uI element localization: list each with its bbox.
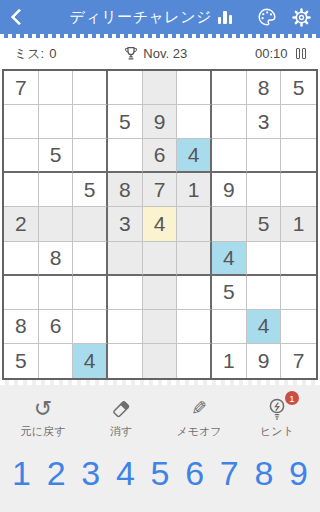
sudoku-cell[interactable] [39, 105, 74, 139]
sudoku-cell[interactable] [212, 139, 247, 173]
sudoku-cell[interactable]: 8 [39, 242, 74, 276]
page-title: ディリーチャレンジ [70, 8, 212, 27]
sudoku-cell[interactable] [212, 207, 247, 241]
number-pad: 123456789 [0, 439, 320, 493]
theme-palette-button[interactable] [250, 0, 284, 34]
date-text: Nov. 23 [143, 46, 187, 61]
sudoku-cell[interactable]: 5 [212, 276, 247, 310]
memo-label: メモオフ [176, 424, 221, 439]
sudoku-cell[interactable] [39, 173, 74, 207]
sudoku-cell[interactable] [247, 173, 282, 207]
sudoku-cell[interactable]: 7 [4, 71, 39, 105]
sudoku-cell[interactable] [177, 207, 212, 241]
sudoku-cell[interactable]: 6 [143, 139, 178, 173]
sudoku-cell[interactable]: 4 [247, 310, 282, 344]
sudoku-cell[interactable] [177, 344, 212, 378]
sudoku-cell[interactable]: 8 [4, 310, 39, 344]
trophy-icon [124, 46, 138, 61]
sudoku-cell[interactable] [73, 276, 108, 310]
sudoku-cell[interactable] [212, 105, 247, 139]
sudoku-cell[interactable] [4, 173, 39, 207]
sudoku-cell[interactable]: 5 [73, 173, 108, 207]
challenge-date: Nov. 23 [124, 46, 187, 61]
sudoku-cell[interactable] [108, 276, 143, 310]
sudoku-cell[interactable]: 6 [39, 310, 74, 344]
status-bar: ミス: 0 Nov. 23 00:10 [0, 38, 320, 69]
numpad-1[interactable]: 1 [12, 453, 31, 493]
title-wrap: ディリーチャレンジ [38, 8, 250, 27]
sudoku-cell[interactable] [177, 71, 212, 105]
sudoku-cell[interactable]: 1 [212, 344, 247, 378]
game-card: ミス: 0 Nov. 23 00:10 78559356458719234518… [0, 38, 320, 380]
hint-button[interactable]: 1 ヒント [247, 397, 307, 439]
sudoku-cell[interactable] [281, 310, 316, 344]
sudoku-cell[interactable] [212, 71, 247, 105]
sudoku-cell[interactable]: 4 [212, 242, 247, 276]
sudoku-cell[interactable] [4, 276, 39, 310]
hint-badge: 1 [285, 391, 299, 405]
sudoku-cell[interactable]: 9 [143, 105, 178, 139]
numpad-2[interactable]: 2 [47, 453, 66, 493]
hint-label: ヒント [260, 424, 294, 439]
sudoku-cell[interactable] [281, 276, 316, 310]
sudoku-cell[interactable]: 9 [212, 173, 247, 207]
lightbulb-icon [268, 397, 286, 421]
sudoku-cell[interactable]: 1 [177, 173, 212, 207]
sudoku-cell[interactable] [143, 71, 178, 105]
eraser-icon [110, 398, 132, 420]
undo-button[interactable]: ↺ 元に戻す [13, 397, 73, 439]
sudoku-cell[interactable]: 5 [247, 207, 282, 241]
erase-label: 消す [110, 424, 132, 439]
sudoku-cell[interactable] [143, 242, 178, 276]
sudoku-cell[interactable]: 9 [247, 344, 282, 378]
sudoku-cell[interactable] [73, 310, 108, 344]
sudoku-cell[interactable] [177, 276, 212, 310]
sudoku-cell[interactable] [108, 139, 143, 173]
settings-button[interactable] [284, 0, 318, 34]
undo-icon: ↺ [34, 398, 52, 420]
sudoku-cell[interactable] [39, 344, 74, 378]
back-icon [11, 9, 28, 26]
sudoku-cell[interactable] [281, 105, 316, 139]
sudoku-cell[interactable] [281, 242, 316, 276]
sudoku-cell[interactable]: 3 [108, 207, 143, 241]
sudoku-cell[interactable] [247, 242, 282, 276]
sudoku-cell[interactable] [212, 310, 247, 344]
sudoku-cell[interactable]: 5 [281, 71, 316, 105]
mistakes: ミス: 0 [14, 45, 56, 63]
sudoku-cell[interactable]: 7 [281, 344, 316, 378]
numpad-9[interactable]: 9 [289, 453, 308, 493]
sudoku-cell[interactable] [73, 207, 108, 241]
sudoku-cell[interactable] [108, 344, 143, 378]
sudoku-cell[interactable] [177, 310, 212, 344]
sudoku-cell[interactable] [143, 276, 178, 310]
sudoku-cell[interactable] [108, 242, 143, 276]
sudoku-cell[interactable]: 3 [247, 105, 282, 139]
sudoku-cell[interactable] [73, 71, 108, 105]
sudoku-cell[interactable] [143, 310, 178, 344]
sudoku-cell[interactable] [247, 276, 282, 310]
numpad-8[interactable]: 8 [254, 453, 273, 493]
numpad-6[interactable]: 6 [185, 453, 204, 493]
toolbar: ↺ 元に戻す 消す ✎ メモオフ 1 [0, 385, 320, 439]
sudoku-cell[interactable]: 8 [247, 71, 282, 105]
sudoku-cell[interactable] [143, 344, 178, 378]
sudoku-cell[interactable] [108, 71, 143, 105]
sudoku-cell[interactable]: 5 [108, 105, 143, 139]
sudoku-cell[interactable] [73, 242, 108, 276]
erase-button[interactable]: 消す [91, 397, 151, 439]
sudoku-cell[interactable]: 4 [177, 139, 212, 173]
sudoku-cell[interactable] [73, 139, 108, 173]
sudoku-cell[interactable]: 7 [143, 173, 178, 207]
numpad-4[interactable]: 4 [116, 453, 135, 493]
timer-text: 00:10 [255, 46, 288, 61]
mistakes-value: 0 [49, 46, 56, 61]
sudoku-cell[interactable] [73, 105, 108, 139]
sudoku-cell[interactable] [281, 173, 316, 207]
sudoku-cell[interactable] [281, 139, 316, 173]
sudoku-cell[interactable] [247, 139, 282, 173]
sudoku-cell[interactable]: 4 [73, 344, 108, 378]
numpad-5[interactable]: 5 [151, 453, 170, 493]
pencil-icon: ✎ [191, 399, 207, 419]
sudoku-cell[interactable] [39, 71, 74, 105]
gear-icon [291, 7, 312, 28]
sudoku-app: ディリーチャレンジ [0, 0, 320, 512]
sudoku-cell[interactable]: 4 [143, 207, 178, 241]
sudoku-cell[interactable] [39, 276, 74, 310]
sudoku-cell[interactable] [177, 105, 212, 139]
sudoku-cell[interactable]: 5 [39, 139, 74, 173]
sudoku-board: 785593564587192345184586454197 [2, 69, 318, 380]
sudoku-cell[interactable] [4, 139, 39, 173]
sudoku-cell[interactable] [108, 310, 143, 344]
memo-toggle-button[interactable]: ✎ メモオフ [169, 397, 229, 439]
sudoku-cell[interactable]: 5 [4, 344, 39, 378]
timer: 00:10 [255, 46, 306, 61]
sudoku-cell[interactable] [39, 207, 74, 241]
back-button[interactable] [0, 0, 38, 34]
pause-button[interactable] [296, 48, 306, 59]
palette-icon [257, 7, 277, 27]
numpad-7[interactable]: 7 [220, 453, 239, 493]
statistics-icon[interactable] [218, 10, 233, 24]
app-header: ディリーチャレンジ [0, 0, 320, 34]
sudoku-cell[interactable] [4, 242, 39, 276]
sudoku-cell[interactable] [177, 242, 212, 276]
mistakes-label: ミス: [14, 45, 44, 63]
sudoku-cell[interactable]: 1 [281, 207, 316, 241]
numpad-3[interactable]: 3 [81, 453, 100, 493]
sudoku-cell[interactable]: 8 [108, 173, 143, 207]
sudoku-cell[interactable]: 2 [4, 207, 39, 241]
sudoku-cell[interactable] [4, 105, 39, 139]
undo-label: 元に戻す [21, 424, 66, 439]
